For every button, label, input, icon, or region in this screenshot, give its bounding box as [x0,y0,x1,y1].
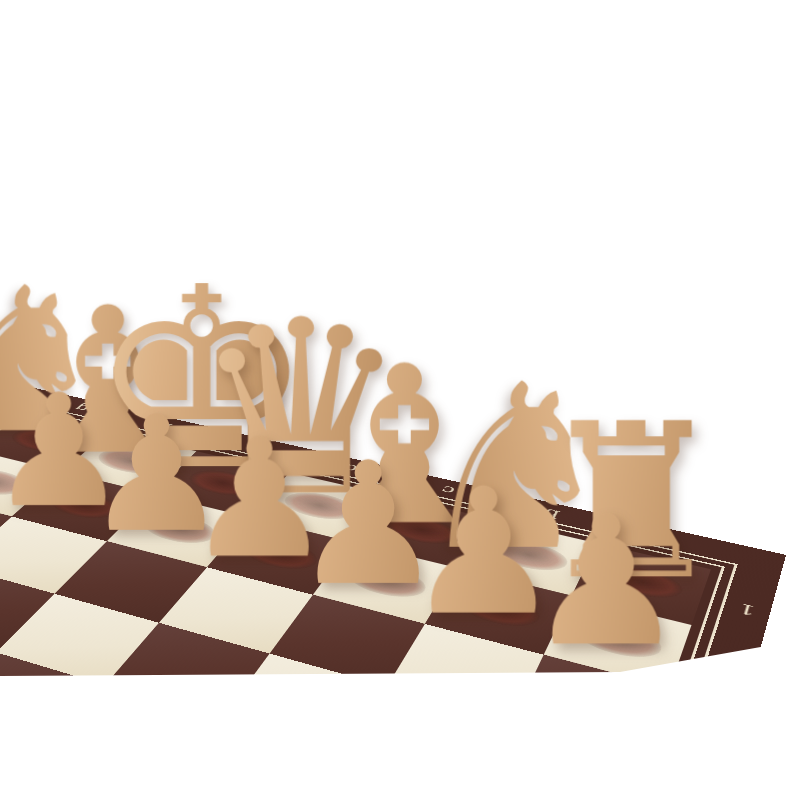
board-border: hgfedcba hgfedcba 12345678 12345678 ♜♞♝♚… [0,364,786,800]
inner-frame-line: ♜♞♝♚♛♝♞♜♟♟♟♟♟♟♟♟ [0,388,725,800]
photo-stage: hgfedcba hgfedcba 12345678 12345678 ♜♞♝♚… [0,0,800,800]
chess-board: hgfedcba hgfedcba 12345678 12345678 ♜♞♝♚… [0,364,786,800]
chess-piece-white-pawn: ♟ [394,491,800,671]
squares: ♜♞♝♚♛♝♞♜♟♟♟♟♟♟♟♟ [0,393,711,800]
outer-frame-line: ♜♞♝♚♛♝♞♜♟♟♟♟♟♟♟♟ [0,383,738,800]
